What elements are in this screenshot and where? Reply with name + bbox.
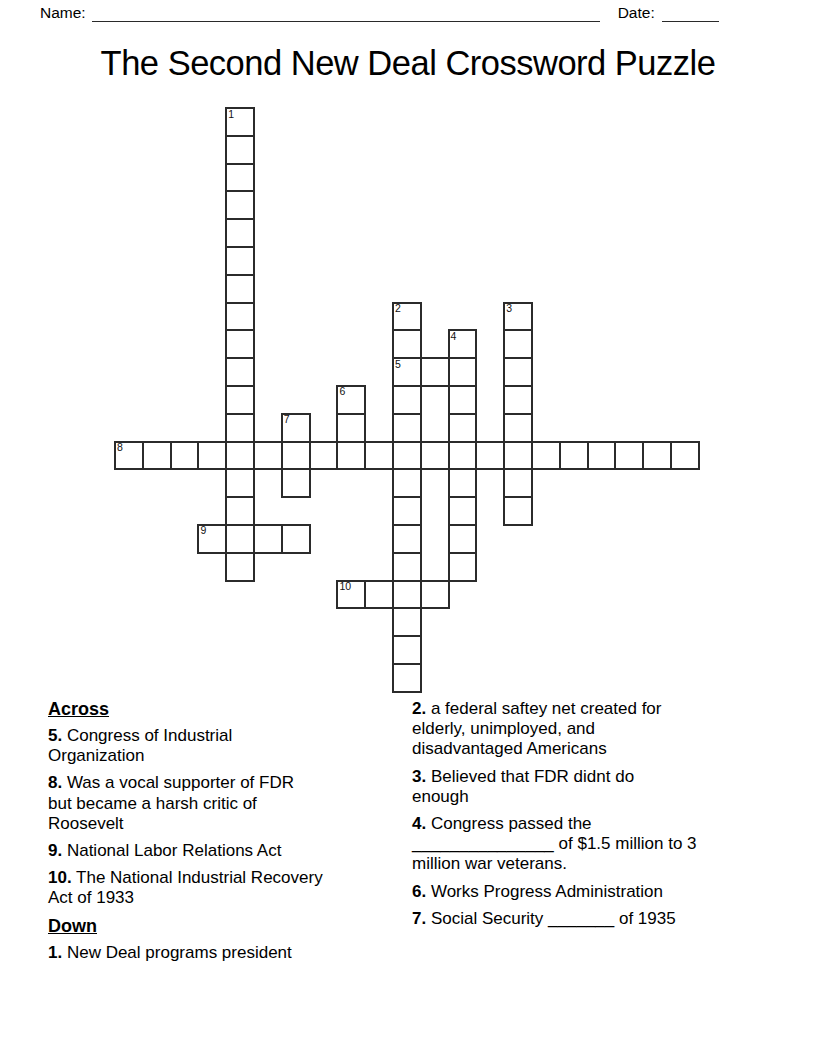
grid-cell-r10c10[interactable] xyxy=(393,386,421,414)
grid-cell-r13c12[interactable] xyxy=(449,469,477,497)
down-header: Down xyxy=(48,916,410,937)
grid-cell-r11c6[interactable]: 7 xyxy=(282,414,310,442)
grid-cell-r12c13[interactable] xyxy=(476,442,504,470)
grid-cell-r15c4[interactable] xyxy=(226,525,254,553)
cell-number-10: 10 xyxy=(339,581,351,592)
grid-cell-r7c4[interactable] xyxy=(226,303,254,331)
grid-cell-r15c6[interactable] xyxy=(282,525,310,553)
grid-cell-r14c10[interactable] xyxy=(393,497,421,525)
grid-cell-r12c11[interactable] xyxy=(421,442,449,470)
name-label: Name: xyxy=(40,4,86,22)
grid-cell-r12c10[interactable] xyxy=(393,442,421,470)
grid-cell-r12c4[interactable] xyxy=(226,442,254,470)
grid-cell-r8c4[interactable] xyxy=(226,330,254,358)
grid-cell-r6c4[interactable] xyxy=(226,275,254,303)
grid-cell-r13c4[interactable] xyxy=(226,469,254,497)
clue-8: 8. Was a vocal supporter of FDRbut becam… xyxy=(48,773,410,834)
grid-cell-r12c14[interactable] xyxy=(504,442,532,470)
grid-cell-r12c2[interactable] xyxy=(171,442,199,470)
grid-cell-r14c4[interactable] xyxy=(226,497,254,525)
down-clue-list-right: 2. a federal saftey net created forelder… xyxy=(412,699,760,929)
grid-cell-r12c17[interactable] xyxy=(588,442,616,470)
grid-cell-r9c12[interactable] xyxy=(449,358,477,386)
grid-cell-r17c9[interactable] xyxy=(365,581,393,609)
grid-cell-r15c12[interactable] xyxy=(449,525,477,553)
grid-cell-r16c4[interactable] xyxy=(226,553,254,581)
grid-cell-r12c3[interactable] xyxy=(198,442,226,470)
clues-right-column: 2. a federal saftey net created forelder… xyxy=(412,699,760,936)
name-blank-line[interactable] xyxy=(92,6,600,22)
name-date-row: Name: Date: xyxy=(40,4,719,22)
across-clue-list: 5. Congress of IndustrialOrganization8. … xyxy=(48,726,410,909)
grid-cell-r10c12[interactable] xyxy=(449,386,477,414)
grid-cell-r12c5[interactable] xyxy=(254,442,282,470)
grid-cell-r13c10[interactable] xyxy=(393,469,421,497)
down-clue-list-left: 1. New Deal programs president xyxy=(48,943,410,963)
grid-cell-r10c14[interactable] xyxy=(504,386,532,414)
grid-cell-r15c10[interactable] xyxy=(393,525,421,553)
grid-cell-r12c12[interactable] xyxy=(449,442,477,470)
grid-cell-r9c11[interactable] xyxy=(421,358,449,386)
grid-cell-r0c4[interactable]: 1 xyxy=(226,108,254,136)
grid-cell-r5c4[interactable] xyxy=(226,247,254,275)
clue-7: 7. Social Security _______ of 1935 xyxy=(412,909,760,929)
clue-6: 6. Works Progress Administration xyxy=(412,882,760,902)
grid-cell-r8c14[interactable] xyxy=(504,330,532,358)
grid-cell-r11c8[interactable] xyxy=(337,414,365,442)
grid-cell-r7c10[interactable]: 2 xyxy=(393,303,421,331)
grid-cell-r1c4[interactable] xyxy=(226,136,254,164)
grid-cell-r20c10[interactable] xyxy=(393,664,421,692)
grid-cell-r3c4[interactable] xyxy=(226,191,254,219)
grid-cell-r12c18[interactable] xyxy=(615,442,643,470)
cell-number-7: 7 xyxy=(284,414,290,425)
grid-cell-r4c4[interactable] xyxy=(226,219,254,247)
grid-cell-r11c10[interactable] xyxy=(393,414,421,442)
grid-cell-r10c8[interactable]: 6 xyxy=(337,386,365,414)
grid-cell-r12c16[interactable] xyxy=(560,442,588,470)
cell-number-3: 3 xyxy=(506,303,512,314)
grid-cell-r12c7[interactable] xyxy=(310,442,338,470)
cell-number-1: 1 xyxy=(228,109,234,120)
clue-1: 1. New Deal programs president xyxy=(48,943,410,963)
clue-4: 4. Congress passed the_______________ of… xyxy=(412,814,760,875)
cell-number-5: 5 xyxy=(395,359,401,370)
grid-cell-r14c14[interactable] xyxy=(504,497,532,525)
cell-number-6: 6 xyxy=(339,386,345,397)
clue-3: 3. Believed that FDR didnt doenough xyxy=(412,767,760,807)
grid-cell-r12c6[interactable] xyxy=(282,442,310,470)
clues-left-column: Across 5. Congress of IndustrialOrganiza… xyxy=(48,699,410,970)
grid-cell-r8c10[interactable] xyxy=(393,330,421,358)
grid-cell-r19c10[interactable] xyxy=(393,636,421,664)
grid-cell-r17c11[interactable] xyxy=(421,581,449,609)
grid-cell-r18c10[interactable] xyxy=(393,608,421,636)
cell-number-9: 9 xyxy=(200,525,206,536)
date-label: Date: xyxy=(618,4,655,22)
grid-cell-r15c5[interactable] xyxy=(254,525,282,553)
grid-cell-r16c12[interactable] xyxy=(449,553,477,581)
worksheet-page: Name: Date: The Second New Deal Crosswor… xyxy=(0,0,816,1056)
grid-cell-r11c14[interactable] xyxy=(504,414,532,442)
grid-cell-r8c12[interactable]: 4 xyxy=(449,330,477,358)
grid-cell-r11c4[interactable] xyxy=(226,414,254,442)
grid-cell-r2c4[interactable] xyxy=(226,164,254,192)
grid-cell-r12c1[interactable] xyxy=(143,442,171,470)
cell-number-8: 8 xyxy=(117,442,123,453)
grid-cell-r9c14[interactable] xyxy=(504,358,532,386)
grid-cell-r17c10[interactable] xyxy=(393,581,421,609)
grid-cell-r13c14[interactable] xyxy=(504,469,532,497)
grid-cell-r10c4[interactable] xyxy=(226,386,254,414)
grid-cell-r12c15[interactable] xyxy=(532,442,560,470)
grid-cell-r13c6[interactable] xyxy=(282,469,310,497)
grid-cell-r12c8[interactable] xyxy=(337,442,365,470)
date-blank-line[interactable] xyxy=(662,6,719,22)
crossword-grid: 12345678910 xyxy=(115,108,699,692)
clue-10: 10. The National Industrial RecoveryAct … xyxy=(48,868,410,908)
grid-cell-r12c9[interactable] xyxy=(365,442,393,470)
clue-9: 9. National Labor Relations Act xyxy=(48,841,410,861)
grid-cell-r15c3[interactable]: 9 xyxy=(198,525,226,553)
page-title: The Second New Deal Crossword Puzzle xyxy=(0,44,816,83)
clue-2: 2. a federal saftey net created forelder… xyxy=(412,699,760,760)
grid-cell-r11c12[interactable] xyxy=(449,414,477,442)
grid-cell-r7c14[interactable]: 3 xyxy=(504,303,532,331)
across-header: Across xyxy=(48,699,410,720)
grid-cell-r16c10[interactable] xyxy=(393,553,421,581)
grid-cell-r17c8[interactable]: 10 xyxy=(337,581,365,609)
cell-number-2: 2 xyxy=(395,303,401,314)
cell-number-4: 4 xyxy=(451,331,457,342)
grid-cell-r14c12[interactable] xyxy=(449,497,477,525)
grid-cell-r12c19[interactable] xyxy=(643,442,671,470)
grid-cell-r12c0[interactable]: 8 xyxy=(115,442,143,470)
grid-cell-r12c20[interactable] xyxy=(671,442,699,470)
grid-cell-r9c10[interactable]: 5 xyxy=(393,358,421,386)
grid-cell-r9c4[interactable] xyxy=(226,358,254,386)
clue-5: 5. Congress of IndustrialOrganization xyxy=(48,726,410,766)
